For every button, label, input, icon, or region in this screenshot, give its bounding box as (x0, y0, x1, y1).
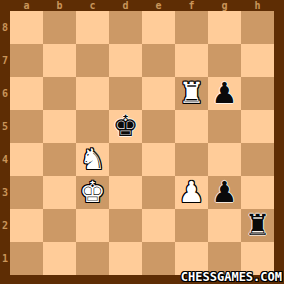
square-d3[interactable] (109, 176, 142, 209)
square-d4[interactable] (109, 143, 142, 176)
piece-white-rook-f6[interactable]: ♜ (175, 77, 208, 110)
rank-label-7: 7 (0, 44, 10, 77)
piece-white-king-c3[interactable]: ♚ (76, 176, 109, 209)
square-e7[interactable] (142, 44, 175, 77)
square-a7[interactable] (10, 44, 43, 77)
square-h3[interactable] (241, 176, 274, 209)
square-c1[interactable] (76, 242, 109, 275)
square-c8[interactable] (76, 11, 109, 44)
square-b3[interactable] (43, 176, 76, 209)
rank-label-2: 2 (0, 209, 10, 242)
square-c2[interactable] (76, 209, 109, 242)
file-label-f: f (175, 0, 208, 11)
square-f5[interactable] (175, 110, 208, 143)
file-label-d: d (109, 0, 142, 11)
square-b5[interactable] (43, 110, 76, 143)
rank-label-8: 8 (0, 11, 10, 44)
square-b4[interactable] (43, 143, 76, 176)
square-g2[interactable] (208, 209, 241, 242)
file-label-b: b (43, 0, 76, 11)
square-e4[interactable] (142, 143, 175, 176)
chess-board: ♜♟♚♞♚♟♟♜ (10, 11, 274, 275)
square-g5[interactable] (208, 110, 241, 143)
rank-labels: 87654321 (0, 11, 10, 275)
square-b6[interactable] (43, 77, 76, 110)
square-b7[interactable] (43, 44, 76, 77)
square-a1[interactable] (10, 242, 43, 275)
square-f3[interactable]: ♟ (175, 176, 208, 209)
rank-label-3: 3 (0, 176, 10, 209)
square-d2[interactable] (109, 209, 142, 242)
square-b8[interactable] (43, 11, 76, 44)
square-a8[interactable] (10, 11, 43, 44)
file-label-e: e (142, 0, 175, 11)
rank-label-4: 4 (0, 143, 10, 176)
file-label-a: a (10, 0, 43, 11)
piece-black-pawn-g3[interactable]: ♟ (208, 176, 241, 209)
square-d6[interactable] (109, 77, 142, 110)
file-label-c: c (76, 0, 109, 11)
chessgames-watermark: CHESSGAMES.COM (181, 270, 282, 284)
piece-white-knight-c4[interactable]: ♞ (76, 143, 109, 176)
square-e6[interactable] (142, 77, 175, 110)
square-e1[interactable] (142, 242, 175, 275)
square-f7[interactable] (175, 44, 208, 77)
square-g7[interactable] (208, 44, 241, 77)
square-c5[interactable] (76, 110, 109, 143)
square-e3[interactable] (142, 176, 175, 209)
square-g8[interactable] (208, 11, 241, 44)
square-c3[interactable]: ♚ (76, 176, 109, 209)
square-c7[interactable] (76, 44, 109, 77)
square-a4[interactable] (10, 143, 43, 176)
square-e5[interactable] (142, 110, 175, 143)
rank-label-5: 5 (0, 110, 10, 143)
file-label-g: g (208, 0, 241, 11)
square-h4[interactable] (241, 143, 274, 176)
square-c4[interactable]: ♞ (76, 143, 109, 176)
piece-black-pawn-g6[interactable]: ♟ (208, 77, 241, 110)
square-h8[interactable] (241, 11, 274, 44)
piece-white-pawn-f3[interactable]: ♟ (175, 176, 208, 209)
square-g4[interactable] (208, 143, 241, 176)
square-h6[interactable] (241, 77, 274, 110)
square-f6[interactable]: ♜ (175, 77, 208, 110)
square-a3[interactable] (10, 176, 43, 209)
square-a5[interactable] (10, 110, 43, 143)
square-f4[interactable] (175, 143, 208, 176)
square-g3[interactable]: ♟ (208, 176, 241, 209)
chess-board-app: abcdefgh 87654321 ♜♟♚♞♚♟♟♜ CHESSGAMES.CO… (0, 0, 284, 284)
square-e2[interactable] (142, 209, 175, 242)
square-h7[interactable] (241, 44, 274, 77)
rank-label-6: 6 (0, 77, 10, 110)
square-f2[interactable] (175, 209, 208, 242)
square-h2[interactable]: ♜ (241, 209, 274, 242)
file-label-h: h (241, 0, 274, 11)
square-c6[interactable] (76, 77, 109, 110)
square-d5[interactable]: ♚ (109, 110, 142, 143)
rank-label-1: 1 (0, 242, 10, 275)
square-d8[interactable] (109, 11, 142, 44)
square-e8[interactable] (142, 11, 175, 44)
piece-black-rook-h2[interactable]: ♜ (241, 209, 274, 242)
square-d1[interactable] (109, 242, 142, 275)
square-g6[interactable]: ♟ (208, 77, 241, 110)
square-a2[interactable] (10, 209, 43, 242)
square-d7[interactable] (109, 44, 142, 77)
file-labels: abcdefgh (10, 0, 274, 11)
square-h5[interactable] (241, 110, 274, 143)
square-f8[interactable] (175, 11, 208, 44)
square-b1[interactable] (43, 242, 76, 275)
piece-black-king-d5[interactable]: ♚ (109, 110, 142, 143)
square-b2[interactable] (43, 209, 76, 242)
square-a6[interactable] (10, 77, 43, 110)
